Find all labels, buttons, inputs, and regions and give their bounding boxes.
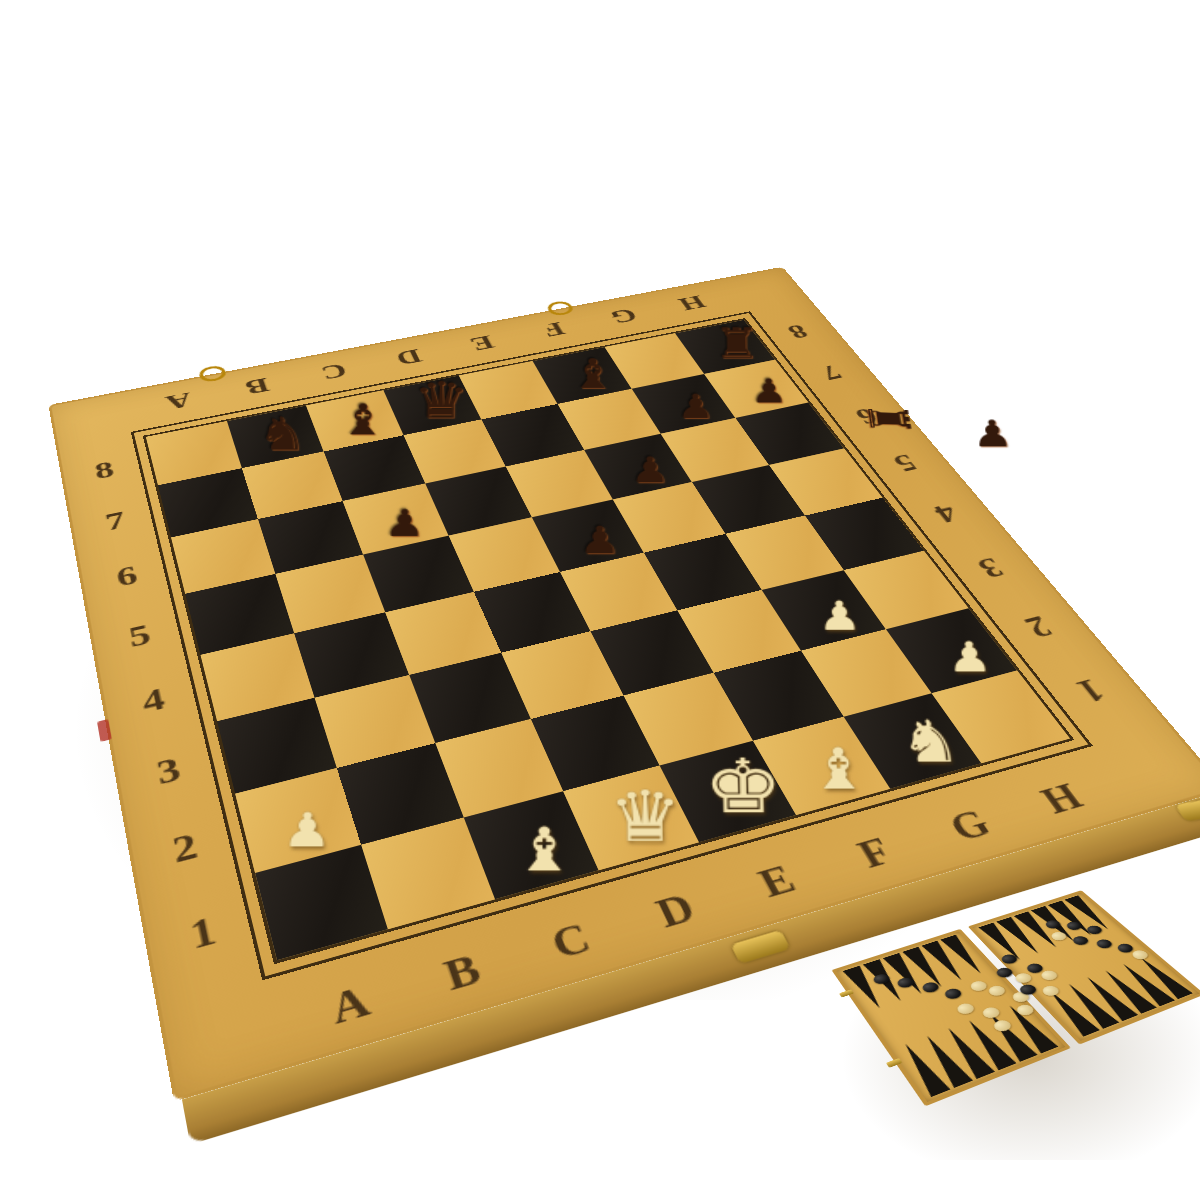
coordinate-label: 5 (868, 435, 944, 492)
piece-black-p-e5: ♟ (555, 521, 644, 559)
piece-black-r-h8: ♜ (698, 323, 776, 365)
coordinate-label: 5 (111, 600, 170, 672)
piece-white-p-a2: ♟ (253, 807, 361, 854)
piece-white-p-h2: ♟ (921, 636, 1019, 678)
piece-black-p-g7: ♟ (655, 390, 736, 424)
hinge-ring-icon (197, 364, 228, 383)
coordinate-label: H (652, 288, 732, 317)
coordinate-label: D (368, 341, 451, 373)
red-edge-mark (97, 719, 112, 742)
piece-black-p-f6: ♟ (608, 452, 693, 488)
coordinate-label: G (912, 796, 1029, 857)
piece-white-n-g1: ♞ (878, 713, 982, 771)
piece-black-p-h7: ♟ (729, 374, 809, 407)
coordinate-label: C (510, 907, 633, 977)
piece-black-q-d8: ♛ (400, 374, 481, 425)
coordinate-label: A (287, 969, 413, 1044)
captured-black-pawn-offboard: ♟ (971, 415, 1013, 452)
coordinate-label: 3 (136, 729, 201, 815)
piece-white-q-d1: ♛ (592, 781, 699, 851)
coordinate-label: G (583, 301, 664, 331)
product-photo-scene: ABCDEFGH ABCDEFGH 87654321 87654321 ♞♝♛♝… (0, 0, 1200, 1200)
coordinate-label: 8 (79, 442, 130, 499)
hinge-ring-icon (544, 300, 576, 317)
piece-white-p-g3: ♟ (792, 596, 887, 636)
piece-black-b-f8: ♝ (553, 353, 632, 394)
coordinate-label: B (215, 369, 299, 403)
coordinate-label: E (717, 850, 837, 915)
coordinate-label: 2 (151, 802, 220, 896)
coordinate-label: E (441, 327, 523, 358)
coordinate-label: 4 (123, 662, 185, 741)
piece-white-k-e1: ♚ (690, 749, 797, 824)
square-b5 (275, 555, 385, 634)
piece-white-b-c1: ♝ (490, 820, 599, 880)
coordinate-label: 1 (167, 882, 240, 986)
coordinate-label: 7 (89, 491, 143, 553)
coordinate-label: D (615, 878, 736, 946)
coordinate-label: A (136, 384, 221, 418)
coordinate-label: F (513, 314, 594, 345)
square-a6 (171, 519, 275, 594)
piece-black-b-c8: ♝ (321, 398, 403, 441)
coordinate-label: H (1005, 770, 1120, 829)
piece-black-p-c6: ♟ (360, 505, 448, 542)
coordinate-label: C (292, 355, 375, 388)
coordinate-label: F (816, 822, 934, 885)
coordinate-label: B (400, 937, 525, 1010)
brass-clasp-icon (730, 930, 790, 964)
piece-black-n-b8: ♞ (240, 412, 324, 458)
coordinate-label: 6 (99, 543, 155, 610)
piece-white-b-f1: ♝ (786, 741, 891, 798)
